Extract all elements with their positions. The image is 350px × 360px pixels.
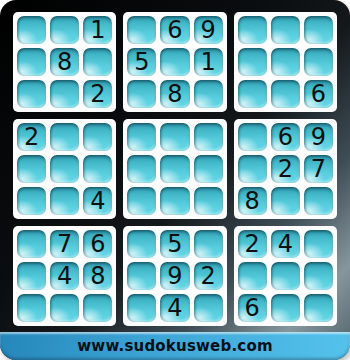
sudoku-box-8: 5924 xyxy=(123,226,226,326)
cell-r9c8[interactable] xyxy=(271,294,300,322)
cell-r3c5: 8 xyxy=(160,80,189,108)
cell-r5c8: 2 xyxy=(271,155,300,183)
cell-r7c7: 2 xyxy=(238,230,267,258)
cell-r9c6[interactable] xyxy=(194,294,223,322)
website-url: www.sudokusweb.com xyxy=(77,337,272,355)
cell-r1c9[interactable] xyxy=(304,16,333,44)
cell-r4c5[interactable] xyxy=(160,123,189,151)
cell-r5c7[interactable] xyxy=(238,155,267,183)
cell-r9c3[interactable] xyxy=(83,294,112,322)
cell-r6c8[interactable] xyxy=(271,187,300,215)
cell-r8c4[interactable] xyxy=(127,262,156,290)
cell-r6c1[interactable] xyxy=(17,187,46,215)
cell-r1c2[interactable] xyxy=(50,16,79,44)
cell-r5c4[interactable] xyxy=(127,155,156,183)
cell-r1c7[interactable] xyxy=(238,16,267,44)
cell-r7c9[interactable] xyxy=(304,230,333,258)
sudoku-box-3: 6 xyxy=(234,12,337,112)
cell-r9c2[interactable] xyxy=(50,294,79,322)
cell-r4c4[interactable] xyxy=(127,123,156,151)
sudoku-box-7: 7648 xyxy=(13,226,116,326)
cell-r1c5: 6 xyxy=(160,16,189,44)
cell-r5c9: 7 xyxy=(304,155,333,183)
cell-r3c2[interactable] xyxy=(50,80,79,108)
cell-r6c5[interactable] xyxy=(160,187,189,215)
cell-r5c5[interactable] xyxy=(160,155,189,183)
cell-r4c3[interactable] xyxy=(83,123,112,151)
cell-r4c8: 6 xyxy=(271,123,300,151)
cell-r8c5: 9 xyxy=(160,262,189,290)
cell-r3c8[interactable] xyxy=(271,80,300,108)
cell-r3c6[interactable] xyxy=(194,80,223,108)
cell-r3c9: 6 xyxy=(304,80,333,108)
cell-r2c8[interactable] xyxy=(271,48,300,76)
cell-r2c7[interactable] xyxy=(238,48,267,76)
cell-r4c7[interactable] xyxy=(238,123,267,151)
cell-r9c1[interactable] xyxy=(17,294,46,322)
footer-bar: www.sudokusweb.com xyxy=(0,332,350,360)
cell-r7c1[interactable] xyxy=(17,230,46,258)
cell-r8c2: 4 xyxy=(50,262,79,290)
sudoku-box-9: 246 xyxy=(234,226,337,326)
sudoku-box-1: 182 xyxy=(13,12,116,112)
cell-r2c6: 1 xyxy=(194,48,223,76)
sudoku-box-4: 24 xyxy=(13,119,116,219)
cell-r2c5[interactable] xyxy=(160,48,189,76)
sudoku-box-2: 69518 xyxy=(123,12,226,112)
cell-r8c7[interactable] xyxy=(238,262,267,290)
cell-r8c1[interactable] xyxy=(17,262,46,290)
cell-r7c4[interactable] xyxy=(127,230,156,258)
cell-r2c2: 8 xyxy=(50,48,79,76)
cell-r8c9[interactable] xyxy=(304,262,333,290)
cell-r7c5: 5 xyxy=(160,230,189,258)
cell-r3c3: 2 xyxy=(83,80,112,108)
cell-r7c8: 4 xyxy=(271,230,300,258)
cell-r6c9[interactable] xyxy=(304,187,333,215)
cell-r3c4[interactable] xyxy=(127,80,156,108)
cell-r3c1[interactable] xyxy=(17,80,46,108)
cell-r2c1[interactable] xyxy=(17,48,46,76)
cell-r5c2[interactable] xyxy=(50,155,79,183)
cell-r4c2[interactable] xyxy=(50,123,79,151)
cell-r6c6[interactable] xyxy=(194,187,223,215)
sudoku-board-frame: 182695186246927876485924246 www.sudokusw… xyxy=(0,0,350,360)
cell-r1c1[interactable] xyxy=(17,16,46,44)
cell-r1c6: 9 xyxy=(194,16,223,44)
sudoku-box-5 xyxy=(123,119,226,219)
cell-r6c4[interactable] xyxy=(127,187,156,215)
cell-r8c3: 8 xyxy=(83,262,112,290)
cell-r7c3: 6 xyxy=(83,230,112,258)
cell-r5c6[interactable] xyxy=(194,155,223,183)
cell-r7c6[interactable] xyxy=(194,230,223,258)
cell-r7c2: 7 xyxy=(50,230,79,258)
cell-r6c2[interactable] xyxy=(50,187,79,215)
cell-r2c3[interactable] xyxy=(83,48,112,76)
cell-r8c8[interactable] xyxy=(271,262,300,290)
cell-r5c1[interactable] xyxy=(17,155,46,183)
cell-r4c1: 2 xyxy=(17,123,46,151)
cell-r2c4: 5 xyxy=(127,48,156,76)
cell-r1c8[interactable] xyxy=(271,16,300,44)
cell-r4c9: 9 xyxy=(304,123,333,151)
cell-r6c7: 8 xyxy=(238,187,267,215)
cell-r3c7[interactable] xyxy=(238,80,267,108)
cell-r6c3: 4 xyxy=(83,187,112,215)
cell-r1c3: 1 xyxy=(83,16,112,44)
cell-r9c7: 6 xyxy=(238,294,267,322)
cell-r5c3[interactable] xyxy=(83,155,112,183)
cell-r9c4[interactable] xyxy=(127,294,156,322)
sudoku-grid: 182695186246927876485924246 xyxy=(13,12,337,326)
sudoku-box-6: 69278 xyxy=(234,119,337,219)
cell-r4c6[interactable] xyxy=(194,123,223,151)
cell-r9c9[interactable] xyxy=(304,294,333,322)
cell-r8c6: 2 xyxy=(194,262,223,290)
cell-r2c9[interactable] xyxy=(304,48,333,76)
cell-r9c5: 4 xyxy=(160,294,189,322)
cell-r1c4[interactable] xyxy=(127,16,156,44)
